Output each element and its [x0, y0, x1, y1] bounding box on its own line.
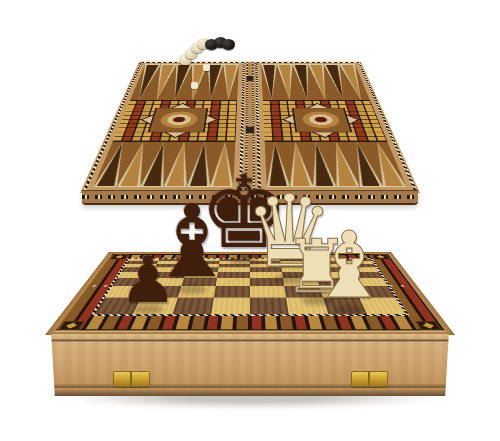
hinge-icon [246, 127, 254, 133]
chess-square [172, 298, 214, 315]
black-checker [222, 39, 235, 50]
brass-latch-icon [113, 371, 150, 387]
backgammon-right-medallion [263, 100, 388, 142]
product-photo: ♟♝♚♛♜♝ [0, 0, 500, 441]
corner-rosette-icon [57, 321, 85, 331]
hinge-icon [246, 76, 253, 80]
backgammon-point [219, 64, 238, 100]
bg-points-left-top [130, 64, 239, 100]
chess-square [211, 298, 250, 315]
die-icon [191, 82, 198, 89]
brass-latch-icon [351, 371, 388, 387]
bg-points-right-top [261, 64, 370, 100]
white-bishop: ♝ [308, 220, 390, 312]
box-front-face [50, 334, 450, 396]
backgammon-left-medallion [113, 100, 238, 142]
corner-rosette-icon [415, 321, 443, 331]
die-icon [203, 64, 210, 71]
